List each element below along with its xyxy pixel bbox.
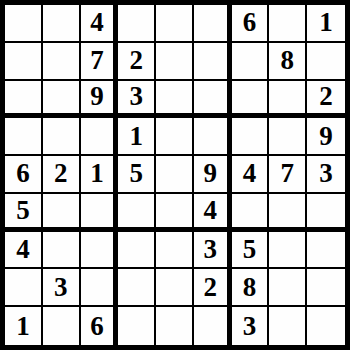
cell-r3c8[interactable] [269,81,307,119]
cell-r2c3[interactable]: 7 [81,43,119,81]
cell-r9c7[interactable]: 3 [232,307,270,345]
cell-r5c4[interactable]: 5 [118,156,156,194]
cell-r7c1[interactable]: 4 [5,232,43,270]
cell-r8c6[interactable]: 2 [194,269,232,307]
cell-r3c5[interactable] [156,81,194,119]
cell-r4c2[interactable] [43,118,81,156]
cell-r8c4[interactable] [118,269,156,307]
cell-r6c8[interactable] [269,194,307,232]
cell-r8c8[interactable] [269,269,307,307]
cell-r9c5[interactable] [156,307,194,345]
cell-r5c7[interactable]: 4 [232,156,270,194]
cell-r2c7[interactable] [232,43,270,81]
cell-r7c2[interactable] [43,232,81,270]
cell-r4c8[interactable] [269,118,307,156]
cell-r9c1[interactable]: 1 [5,307,43,345]
cell-r3c2[interactable] [43,81,81,119]
cell-r4c6[interactable] [194,118,232,156]
cell-r7c7[interactable]: 5 [232,232,270,270]
cell-r8c5[interactable] [156,269,194,307]
cell-r3c6[interactable] [194,81,232,119]
cell-r9c4[interactable] [118,307,156,345]
cell-r1c1[interactable] [5,5,43,43]
cell-r7c8[interactable] [269,232,307,270]
cell-r7c5[interactable] [156,232,194,270]
cell-r2c1[interactable] [5,43,43,81]
cell-r4c3[interactable] [81,118,119,156]
cell-r5c9[interactable]: 3 [307,156,345,194]
cell-r7c9[interactable] [307,232,345,270]
cell-r2c2[interactable] [43,43,81,81]
cell-r1c7[interactable]: 6 [232,5,270,43]
cell-r6c6[interactable]: 4 [194,194,232,232]
cell-r1c9[interactable]: 1 [307,5,345,43]
cell-r8c2[interactable]: 3 [43,269,81,307]
cell-r4c5[interactable] [156,118,194,156]
cell-r5c8[interactable]: 7 [269,156,307,194]
cell-r3c3[interactable]: 9 [81,81,119,119]
cell-r3c7[interactable] [232,81,270,119]
cell-r8c1[interactable] [5,269,43,307]
cell-r5c3[interactable]: 1 [81,156,119,194]
cell-r2c5[interactable] [156,43,194,81]
cell-r8c7[interactable]: 8 [232,269,270,307]
cell-r2c8[interactable]: 8 [269,43,307,81]
cell-r6c4[interactable] [118,194,156,232]
cell-r7c6[interactable]: 3 [194,232,232,270]
cell-r9c3[interactable]: 6 [81,307,119,345]
cell-r2c4[interactable]: 2 [118,43,156,81]
cell-r8c3[interactable] [81,269,119,307]
cell-r7c4[interactable] [118,232,156,270]
cell-r3c1[interactable] [5,81,43,119]
cell-r1c8[interactable] [269,5,307,43]
cell-r4c4[interactable]: 1 [118,118,156,156]
cell-r5c1[interactable]: 6 [5,156,43,194]
cell-r1c6[interactable] [194,5,232,43]
cell-r6c5[interactable] [156,194,194,232]
cell-r5c5[interactable] [156,156,194,194]
cell-r6c9[interactable] [307,194,345,232]
cell-r3c4[interactable]: 3 [118,81,156,119]
cell-r9c9[interactable] [307,307,345,345]
cell-r6c7[interactable] [232,194,270,232]
cell-r6c3[interactable] [81,194,119,232]
cell-r4c7[interactable] [232,118,270,156]
cell-r6c2[interactable] [43,194,81,232]
cell-r1c3[interactable]: 4 [81,5,119,43]
cell-r1c5[interactable] [156,5,194,43]
cell-r4c1[interactable] [5,118,43,156]
cell-r9c6[interactable] [194,307,232,345]
cell-r3c9[interactable]: 2 [307,81,345,119]
cell-r9c8[interactable] [269,307,307,345]
cell-r1c2[interactable] [43,5,81,43]
cell-r1c4[interactable] [118,5,156,43]
cell-r8c9[interactable] [307,269,345,307]
cell-r5c6[interactable]: 9 [194,156,232,194]
cell-r9c2[interactable] [43,307,81,345]
cell-r4c9[interactable]: 9 [307,118,345,156]
cell-r2c9[interactable] [307,43,345,81]
cell-r5c2[interactable]: 2 [43,156,81,194]
cell-r2c6[interactable] [194,43,232,81]
cell-r7c3[interactable] [81,232,119,270]
sudoku-board: 461728932196215947354435328163 [0,0,350,350]
cell-r6c1[interactable]: 5 [5,194,43,232]
